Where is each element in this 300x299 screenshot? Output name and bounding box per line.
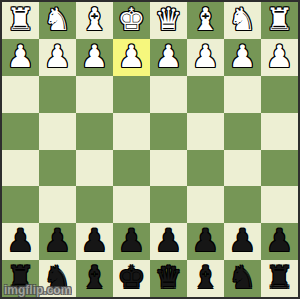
piece-black-knight[interactable]: ♞ [229, 262, 257, 293]
square-h5[interactable] [2, 150, 39, 187]
square-f7[interactable]: ♟ [76, 223, 113, 260]
piece-white-pawn[interactable]: ♟ [44, 41, 72, 72]
square-f5[interactable] [76, 150, 113, 187]
piece-white-knight[interactable]: ♞ [44, 4, 72, 35]
piece-black-queen[interactable]: ♛ [155, 262, 183, 293]
square-c3[interactable] [187, 76, 224, 113]
square-d4[interactable] [150, 113, 187, 150]
square-c6[interactable] [187, 186, 224, 223]
square-a7[interactable]: ♟ [261, 223, 298, 260]
piece-black-pawn[interactable]: ♟ [44, 225, 72, 256]
square-c1[interactable]: ♝ [187, 2, 224, 39]
chess-board: ♜♞♝♚♛♝♞♜♟♟♟♟♟♟♟♟♟♟♟♟♟♟♟♟♜♞♝♚♛♝♞♜ imgflip… [0, 0, 300, 299]
piece-white-bishop[interactable]: ♝ [192, 4, 220, 35]
square-a3[interactable] [261, 76, 298, 113]
piece-black-pawn[interactable]: ♟ [266, 225, 294, 256]
piece-white-rook[interactable]: ♜ [7, 4, 35, 35]
square-d1[interactable]: ♛ [150, 2, 187, 39]
square-g7[interactable]: ♟ [39, 223, 76, 260]
square-g4[interactable] [39, 113, 76, 150]
piece-black-pawn[interactable]: ♟ [192, 225, 220, 256]
square-e6[interactable] [113, 186, 150, 223]
square-g8[interactable]: ♞ [39, 260, 76, 297]
square-d3[interactable] [150, 76, 187, 113]
square-e3[interactable] [113, 76, 150, 113]
square-g1[interactable]: ♞ [39, 2, 76, 39]
piece-black-pawn[interactable]: ♟ [7, 225, 35, 256]
square-h4[interactable] [2, 113, 39, 150]
square-c8[interactable]: ♝ [187, 260, 224, 297]
square-c4[interactable] [187, 113, 224, 150]
piece-white-pawn[interactable]: ♟ [155, 41, 183, 72]
piece-white-pawn[interactable]: ♟ [118, 41, 146, 72]
square-b5[interactable] [224, 150, 261, 187]
square-f2[interactable]: ♟ [76, 39, 113, 76]
piece-white-bishop[interactable]: ♝ [81, 4, 109, 35]
square-d8[interactable]: ♛ [150, 260, 187, 297]
square-e8[interactable]: ♚ [113, 260, 150, 297]
square-a4[interactable] [261, 113, 298, 150]
square-d7[interactable]: ♟ [150, 223, 187, 260]
piece-black-bishop[interactable]: ♝ [192, 262, 220, 293]
square-d6[interactable] [150, 186, 187, 223]
square-f4[interactable] [76, 113, 113, 150]
piece-white-pawn[interactable]: ♟ [81, 41, 109, 72]
square-f1[interactable]: ♝ [76, 2, 113, 39]
square-a2[interactable]: ♟ [261, 39, 298, 76]
square-h7[interactable]: ♟ [2, 223, 39, 260]
piece-black-rook[interactable]: ♜ [7, 262, 35, 293]
square-h1[interactable]: ♜ [2, 2, 39, 39]
piece-white-queen[interactable]: ♛ [155, 4, 183, 35]
square-b4[interactable] [224, 113, 261, 150]
piece-black-pawn[interactable]: ♟ [229, 225, 257, 256]
square-a1[interactable]: ♜ [261, 2, 298, 39]
piece-black-king[interactable]: ♚ [118, 262, 146, 293]
square-f6[interactable] [76, 186, 113, 223]
square-f8[interactable]: ♝ [76, 260, 113, 297]
piece-white-pawn[interactable]: ♟ [192, 41, 220, 72]
square-a5[interactable] [261, 150, 298, 187]
square-b1[interactable]: ♞ [224, 2, 261, 39]
square-c2[interactable]: ♟ [187, 39, 224, 76]
piece-white-pawn[interactable]: ♟ [229, 41, 257, 72]
square-f3[interactable] [76, 76, 113, 113]
square-e4[interactable] [113, 113, 150, 150]
square-b7[interactable]: ♟ [224, 223, 261, 260]
square-b8[interactable]: ♞ [224, 260, 261, 297]
square-a8[interactable]: ♜ [261, 260, 298, 297]
square-c5[interactable] [187, 150, 224, 187]
square-g2[interactable]: ♟ [39, 39, 76, 76]
piece-black-pawn[interactable]: ♟ [81, 225, 109, 256]
square-e5[interactable] [113, 150, 150, 187]
square-c7[interactable]: ♟ [187, 223, 224, 260]
piece-black-pawn[interactable]: ♟ [118, 225, 146, 256]
square-h8[interactable]: ♜ [2, 260, 39, 297]
square-d5[interactable] [150, 150, 187, 187]
piece-white-king[interactable]: ♚ [118, 4, 146, 35]
piece-black-knight[interactable]: ♞ [44, 262, 72, 293]
square-h6[interactable] [2, 186, 39, 223]
square-g5[interactable] [39, 150, 76, 187]
piece-black-bishop[interactable]: ♝ [81, 262, 109, 293]
square-h2[interactable]: ♟ [2, 39, 39, 76]
piece-white-knight[interactable]: ♞ [229, 4, 257, 35]
square-d2[interactable]: ♟ [150, 39, 187, 76]
square-e2[interactable]: ♟ [113, 39, 150, 76]
piece-white-rook[interactable]: ♜ [266, 4, 294, 35]
piece-white-pawn[interactable]: ♟ [266, 41, 294, 72]
square-g3[interactable] [39, 76, 76, 113]
square-a6[interactable] [261, 186, 298, 223]
piece-black-rook[interactable]: ♜ [266, 262, 294, 293]
board-grid: ♜♞♝♚♛♝♞♜♟♟♟♟♟♟♟♟♟♟♟♟♟♟♟♟♜♞♝♚♛♝♞♜ [2, 2, 298, 297]
square-b2[interactable]: ♟ [224, 39, 261, 76]
square-e7[interactable]: ♟ [113, 223, 150, 260]
square-b6[interactable] [224, 186, 261, 223]
piece-black-pawn[interactable]: ♟ [155, 225, 183, 256]
square-h3[interactable] [2, 76, 39, 113]
square-e1[interactable]: ♚ [113, 2, 150, 39]
square-b3[interactable] [224, 76, 261, 113]
square-g6[interactable] [39, 186, 76, 223]
piece-white-pawn[interactable]: ♟ [7, 41, 35, 72]
